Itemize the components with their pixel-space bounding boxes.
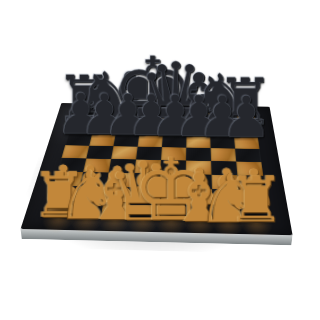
photo-canvas: ♜♞♝♚♛♝♞♜♟♟♟♟♟♟♟♟♟♟♟♟♟♟♟♟♜♞♝♛♚♝♞♜ xyxy=(0,0,320,320)
square-h1: ♜ xyxy=(240,205,270,222)
golden-rook: ♜ xyxy=(227,168,284,221)
rook-glyph: ♜ xyxy=(227,168,284,231)
board-grid: ♜♞♝♚♛♝♞♜♟♟♟♟♟♟♟♟♟♟♟♟♟♟♟♟♜♞♝♛♚♝♞♜ xyxy=(45,111,270,223)
piece-reflection xyxy=(240,222,274,238)
square-h7: ♟ xyxy=(233,125,258,137)
square-a6 xyxy=(65,133,92,146)
scene: ♜♞♝♚♛♝♞♜♟♟♟♟♟♟♟♟♟♟♟♟♟♟♟♟♜♞♝♛♚♝♞♜ xyxy=(0,0,320,320)
black-pawn: ♟ xyxy=(220,88,271,136)
chess-board: ♜♞♝♚♛♝♞♜♟♟♟♟♟♟♟♟♟♟♟♟♟♟♟♟♜♞♝♛♚♝♞♜ xyxy=(21,103,293,235)
